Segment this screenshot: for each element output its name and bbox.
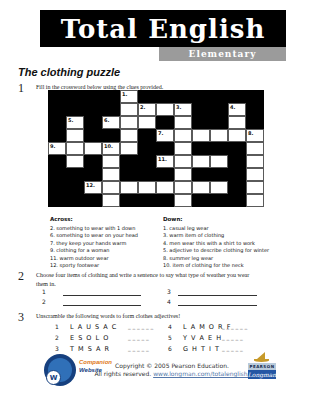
crossword-cell[interactable] — [228, 129, 246, 142]
crossword-cell[interactable] — [66, 155, 84, 168]
crossword-cell[interactable]: 6. — [102, 116, 120, 129]
crossword-cell[interactable] — [156, 181, 174, 194]
crossword-block — [84, 194, 102, 207]
crossword-cell[interactable]: 11. — [156, 155, 174, 168]
write-line-4[interactable] — [178, 305, 257, 306]
crossword-block — [192, 103, 210, 116]
crossword-cell[interactable] — [174, 181, 192, 194]
crossword-block — [228, 90, 246, 103]
crossword-block — [84, 168, 102, 181]
crossword-block — [48, 90, 66, 103]
unscramble-number: 6 — [168, 345, 172, 352]
crossword-cell[interactable]: 7. — [156, 129, 174, 142]
crossword-block — [138, 168, 156, 181]
crossword-cell[interactable] — [102, 155, 120, 168]
unscramble-item: 4L A M O R F_ _ _ _ _ _ — [0, 323, 320, 334]
answer-blank-1: 1 — [42, 288, 142, 298]
crossword-cell[interactable] — [246, 181, 264, 194]
clue-number: 10. — [104, 143, 113, 149]
crossword-block — [84, 90, 102, 103]
answer-blank-4: 4 — [167, 298, 267, 308]
task3-instruction: Unscramble the following words to form c… — [36, 313, 180, 319]
crossword-cell[interactable]: 10. — [102, 142, 120, 155]
crossword-block — [156, 168, 174, 181]
across-label: Across: — [50, 216, 162, 222]
crossword-block — [84, 155, 102, 168]
crossword-cell[interactable] — [192, 181, 210, 194]
crossword-block — [138, 155, 156, 168]
crossword-cell[interactable]: 8. — [246, 129, 264, 142]
crossword-block — [228, 168, 246, 181]
crossword-block — [66, 181, 84, 194]
pearson-longman-logo: PEARSON Longman — [248, 352, 276, 379]
crossword-block — [192, 168, 210, 181]
crossword-block — [228, 155, 246, 168]
crossword-block — [246, 103, 264, 116]
crossword-block — [228, 142, 246, 155]
crossword-cell[interactable] — [174, 155, 192, 168]
crossword-cell[interactable] — [66, 142, 84, 155]
crossword-cell[interactable] — [120, 142, 138, 155]
crossword-cell[interactable] — [246, 168, 264, 181]
crossword-block — [210, 142, 228, 155]
write-line-2[interactable] — [63, 305, 141, 306]
crossword-block — [120, 155, 138, 168]
clue-number: 5. — [68, 117, 73, 123]
down-clue: 8. summer leg wear — [163, 255, 313, 263]
crossword-cell[interactable] — [246, 155, 264, 168]
longman-label: Longman — [248, 370, 276, 379]
down-clue: 3. warm item of clothing — [163, 232, 313, 240]
crossword-cell[interactable]: 5. — [66, 116, 84, 129]
down-clue: 1. casual leg wear — [163, 225, 313, 233]
crossword-block — [156, 142, 174, 155]
answer-dashes[interactable]: _ _ _ _ _ — [222, 334, 243, 340]
clue-number: 12. — [86, 182, 95, 188]
across-clues: Across: 2. something to wear with 1 down… — [50, 216, 162, 270]
scrambled-word: Y V A E H — [183, 334, 222, 342]
crossword-block — [192, 90, 210, 103]
crossword-cell[interactable] — [120, 103, 138, 116]
crossword-grid: 1.2.3.4.5.6.7.8.9.10.11.12. — [48, 90, 264, 207]
crossword-cell[interactable] — [174, 168, 192, 181]
crossword-block — [120, 168, 138, 181]
level-label: Elementary — [189, 49, 257, 59]
crossword-block — [138, 194, 156, 207]
crossword-cell[interactable]: 9. — [48, 142, 66, 155]
answer-blank-2: 2 — [42, 298, 142, 308]
crossword-cell[interactable] — [210, 155, 228, 168]
crossword-block — [228, 194, 246, 207]
clue-number: 7. — [158, 130, 163, 136]
level-banner: Elementary — [159, 47, 286, 61]
blank-label-2: 2 — [42, 298, 46, 305]
across-clue: 6. something to wear on your head — [50, 232, 162, 240]
longman-ship-icon — [248, 352, 276, 363]
crossword-block — [246, 116, 264, 129]
totalenglish-link[interactable]: www.longman.com/totalenglish/ — [153, 370, 249, 377]
crossword-cell[interactable] — [138, 181, 156, 194]
unscramble-item: 5Y V A E H_ _ _ _ _ — [0, 334, 320, 345]
down-clue: 10. item of clothing for the neck — [163, 262, 313, 270]
crossword-cell[interactable] — [174, 142, 192, 155]
crossword-block — [138, 129, 156, 142]
across-clue-list: 2. something to wear with 1 down6. somet… — [50, 225, 162, 271]
crossword-block — [192, 116, 210, 129]
crossword-block — [210, 90, 228, 103]
crossword-cell[interactable]: 1. — [120, 90, 138, 103]
down-clue: 4. men wear this with a shirt to work — [163, 240, 313, 248]
crossword-block — [210, 116, 228, 129]
write-line-1[interactable] — [63, 295, 141, 296]
crossword-block — [102, 103, 120, 116]
crossword-cell[interactable] — [174, 116, 192, 129]
answer-blank-3: 3 — [167, 288, 267, 298]
blank-label-1: 1 — [42, 288, 46, 295]
crossword-block — [210, 103, 228, 116]
crossword-cell[interactable] — [84, 142, 102, 155]
clue-number: 8. — [248, 130, 253, 136]
crossword-cell[interactable] — [102, 181, 120, 194]
crossword-block — [48, 129, 66, 142]
clue-number: 1. — [122, 91, 127, 97]
w-badge-icon: W — [46, 370, 61, 385]
crossword-block — [120, 194, 138, 207]
crossword-block — [156, 90, 174, 103]
crossword-block — [66, 90, 84, 103]
blank-label-3: 3 — [167, 288, 171, 295]
crossword-cell[interactable] — [138, 116, 156, 129]
crossword-block — [48, 155, 66, 168]
unscramble-number: 5 — [168, 334, 172, 341]
clue-number: 2. — [140, 104, 145, 110]
crossword-block — [66, 168, 84, 181]
crossword-block — [156, 194, 174, 207]
pearson-label: PEARSON — [248, 363, 276, 370]
crossword-block — [156, 116, 174, 129]
down-clues: Down: 1. casual leg wear3. warm item of … — [163, 216, 313, 270]
crossword-cell[interactable] — [246, 142, 264, 155]
clue-number: 9. — [50, 143, 55, 149]
crossword-block — [228, 181, 246, 194]
write-line-3[interactable] — [178, 295, 257, 296]
crossword-cell[interactable] — [66, 129, 84, 142]
crossword-block — [246, 90, 264, 103]
crossword-cell[interactable]: 2. — [138, 103, 156, 116]
copyright-line1: Copyright © 2005 Pearson Education. — [72, 362, 272, 370]
crossword-block — [84, 103, 102, 116]
across-clue: 12. sporty footwear — [50, 262, 162, 270]
down-label: Down: — [163, 216, 313, 222]
worksheet-title: The clothing puzzle — [18, 66, 120, 78]
crossword-block — [48, 116, 66, 129]
down-clue-list: 1. casual leg wear3. warm item of clothi… — [163, 225, 313, 271]
crossword-cell[interactable] — [228, 116, 246, 129]
crossword-block — [192, 194, 210, 207]
across-clue: 9. clothing for a woman — [50, 247, 162, 255]
crossword-block — [174, 90, 192, 103]
crossword-cell[interactable] — [192, 155, 210, 168]
task2-number: 2 — [18, 269, 24, 284]
crossword-block — [66, 103, 84, 116]
crossword-block — [138, 90, 156, 103]
down-clue: 5. adjective to describe clothing for wi… — [163, 247, 313, 255]
crossword-block — [138, 142, 156, 155]
copyright-block: Copyright © 2005 Pearson Education. All … — [72, 362, 272, 378]
crossword-block — [210, 168, 228, 181]
unscramble-number: 4 — [168, 323, 172, 330]
crossword-block — [48, 194, 66, 207]
title-banner: Total English — [40, 10, 286, 47]
crossword-cell[interactable] — [246, 194, 264, 207]
crossword-block — [48, 168, 66, 181]
crossword-block — [48, 103, 66, 116]
book-title: Total English — [61, 14, 266, 44]
across-clue: 11. warm outdoor wear — [50, 255, 162, 263]
rights-text: All rights reserved. — [94, 370, 153, 377]
crossword-cell[interactable]: 3. — [174, 103, 192, 116]
scrambled-word: G H T I T — [183, 345, 220, 353]
crossword-cell[interactable] — [120, 129, 138, 142]
crossword-block — [48, 181, 66, 194]
answer-dashes[interactable]: _ _ _ _ _ _ — [222, 323, 247, 329]
copyright-line2: All rights reserved. www.longman.com/tot… — [72, 370, 272, 378]
crossword-cell[interactable] — [174, 129, 192, 142]
clue-number: 6. — [104, 117, 109, 123]
across-clue: 7. they keep your hands warm — [50, 240, 162, 248]
crossword-cell[interactable] — [210, 129, 228, 142]
crossword-cell[interactable]: 12. — [84, 181, 102, 194]
crossword-block — [102, 90, 120, 103]
crossword-block — [102, 129, 120, 142]
clue-number: 4. — [230, 104, 235, 110]
crossword-block — [210, 194, 228, 207]
clue-number: 11. — [158, 156, 167, 162]
crossword-cell[interactable] — [120, 181, 138, 194]
blank-label-4: 4 — [167, 298, 171, 305]
crossword-cell[interactable] — [174, 194, 192, 207]
crossword-cell[interactable] — [156, 103, 174, 116]
crossword-block — [84, 129, 102, 142]
task2-instruction-line2: them in. — [36, 281, 56, 287]
task2-instruction-line1: Choose four items of clothing and write … — [36, 272, 249, 278]
crossword-cell[interactable]: 4. — [228, 103, 246, 116]
crossword-cell[interactable] — [102, 194, 120, 207]
crossword-block — [66, 194, 84, 207]
clue-number: 3. — [176, 104, 181, 110]
answer-dashes[interactable]: _ _ _ _ _ — [222, 345, 243, 351]
crossword-block — [84, 116, 102, 129]
worksheet-page: Total English Elementary The clothing pu… — [0, 0, 320, 414]
across-clue: 2. something to wear with 1 down — [50, 225, 162, 233]
crossword-cell[interactable] — [210, 181, 228, 194]
crossword-cell[interactable] — [120, 116, 138, 129]
crossword-cell[interactable] — [192, 129, 210, 142]
task1-number: 1 — [18, 81, 24, 96]
crossword-cell[interactable] — [102, 168, 120, 181]
crossword-block — [192, 142, 210, 155]
